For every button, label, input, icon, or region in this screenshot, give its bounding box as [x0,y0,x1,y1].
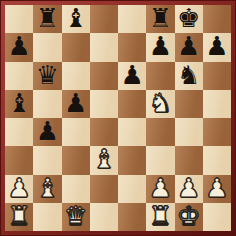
piece-white-pawn[interactable]: ♟ [7,175,30,202]
square-e2[interactable] [118,175,146,203]
square-h8[interactable] [203,5,231,33]
piece-black-pawn[interactable]: ♟ [149,33,172,60]
square-e3[interactable] [118,146,146,174]
square-e6[interactable]: ♟ [118,62,146,90]
piece-black-queen[interactable]: ♛ [36,62,59,89]
square-d4[interactable] [90,118,118,146]
square-a1[interactable]: ♜ [5,203,33,231]
square-f3[interactable] [146,146,174,174]
square-d6[interactable] [90,62,118,90]
square-d7[interactable] [90,33,118,61]
piece-black-pawn[interactable]: ♟ [120,62,143,89]
piece-black-bishop[interactable]: ♝ [7,90,30,117]
piece-black-pawn[interactable]: ♟ [64,90,87,117]
piece-black-pawn[interactable]: ♟ [177,33,200,60]
piece-black-knight[interactable]: ♞ [177,62,200,89]
piece-black-king[interactable]: ♚ [177,5,200,32]
square-b7[interactable] [33,33,61,61]
square-g7[interactable]: ♟ [175,33,203,61]
square-c3[interactable] [62,146,90,174]
square-b1[interactable] [33,203,61,231]
square-g1[interactable]: ♚ [175,203,203,231]
square-c2[interactable] [62,175,90,203]
square-b6[interactable]: ♛ [33,62,61,90]
square-e8[interactable] [118,5,146,33]
square-d2[interactable] [90,175,118,203]
square-f8[interactable]: ♜ [146,5,174,33]
square-f5[interactable]: ♞ [146,90,174,118]
square-d3[interactable]: ♝ [90,146,118,174]
board-frame: ♜♝♜♚♟♟♟♟♛♟♞♝♟♞♟♝♟♝♟♟♟♜♛♜♚ [0,0,236,236]
square-d5[interactable] [90,90,118,118]
piece-white-rook[interactable]: ♜ [149,203,172,230]
square-h6[interactable] [203,62,231,90]
square-e1[interactable] [118,203,146,231]
square-c8[interactable]: ♝ [62,5,90,33]
square-h1[interactable] [203,203,231,231]
square-h7[interactable]: ♟ [203,33,231,61]
square-g8[interactable]: ♚ [175,5,203,33]
square-f7[interactable]: ♟ [146,33,174,61]
square-e7[interactable] [118,33,146,61]
piece-black-pawn[interactable]: ♟ [7,33,30,60]
square-a3[interactable] [5,146,33,174]
square-b2[interactable]: ♝ [33,175,61,203]
square-a6[interactable] [5,62,33,90]
square-h5[interactable] [203,90,231,118]
piece-white-pawn[interactable]: ♟ [205,175,228,202]
square-c4[interactable] [62,118,90,146]
piece-black-rook[interactable]: ♜ [36,5,59,32]
square-a7[interactable]: ♟ [5,33,33,61]
piece-white-knight[interactable]: ♞ [149,90,172,117]
piece-white-bishop[interactable]: ♝ [92,146,115,173]
chess-board: ♜♝♜♚♟♟♟♟♛♟♞♝♟♞♟♝♟♝♟♟♟♜♛♜♚ [5,5,231,231]
piece-black-bishop[interactable]: ♝ [64,5,87,32]
square-b3[interactable] [33,146,61,174]
square-e5[interactable] [118,90,146,118]
square-c5[interactable]: ♟ [62,90,90,118]
piece-white-bishop[interactable]: ♝ [36,175,59,202]
square-g3[interactable] [175,146,203,174]
square-g2[interactable]: ♟ [175,175,203,203]
piece-white-pawn[interactable]: ♟ [177,175,200,202]
square-d8[interactable] [90,5,118,33]
piece-black-pawn[interactable]: ♟ [205,33,228,60]
square-a4[interactable] [5,118,33,146]
piece-white-pawn[interactable]: ♟ [149,175,172,202]
square-b8[interactable]: ♜ [33,5,61,33]
square-b5[interactable] [33,90,61,118]
piece-black-pawn[interactable]: ♟ [36,118,59,145]
square-g5[interactable] [175,90,203,118]
square-c6[interactable] [62,62,90,90]
square-c1[interactable]: ♛ [62,203,90,231]
square-h2[interactable]: ♟ [203,175,231,203]
square-f2[interactable]: ♟ [146,175,174,203]
piece-white-queen[interactable]: ♛ [64,203,87,230]
square-f1[interactable]: ♜ [146,203,174,231]
piece-white-king[interactable]: ♚ [177,203,200,230]
square-f6[interactable] [146,62,174,90]
square-d1[interactable] [90,203,118,231]
square-g4[interactable] [175,118,203,146]
piece-white-rook[interactable]: ♜ [7,203,30,230]
square-a5[interactable]: ♝ [5,90,33,118]
square-h4[interactable] [203,118,231,146]
square-g6[interactable]: ♞ [175,62,203,90]
square-h3[interactable] [203,146,231,174]
square-a8[interactable] [5,5,33,33]
square-a2[interactable]: ♟ [5,175,33,203]
square-f4[interactable] [146,118,174,146]
square-c7[interactable] [62,33,90,61]
square-b4[interactable]: ♟ [33,118,61,146]
piece-black-rook[interactable]: ♜ [149,5,172,32]
square-e4[interactable] [118,118,146,146]
